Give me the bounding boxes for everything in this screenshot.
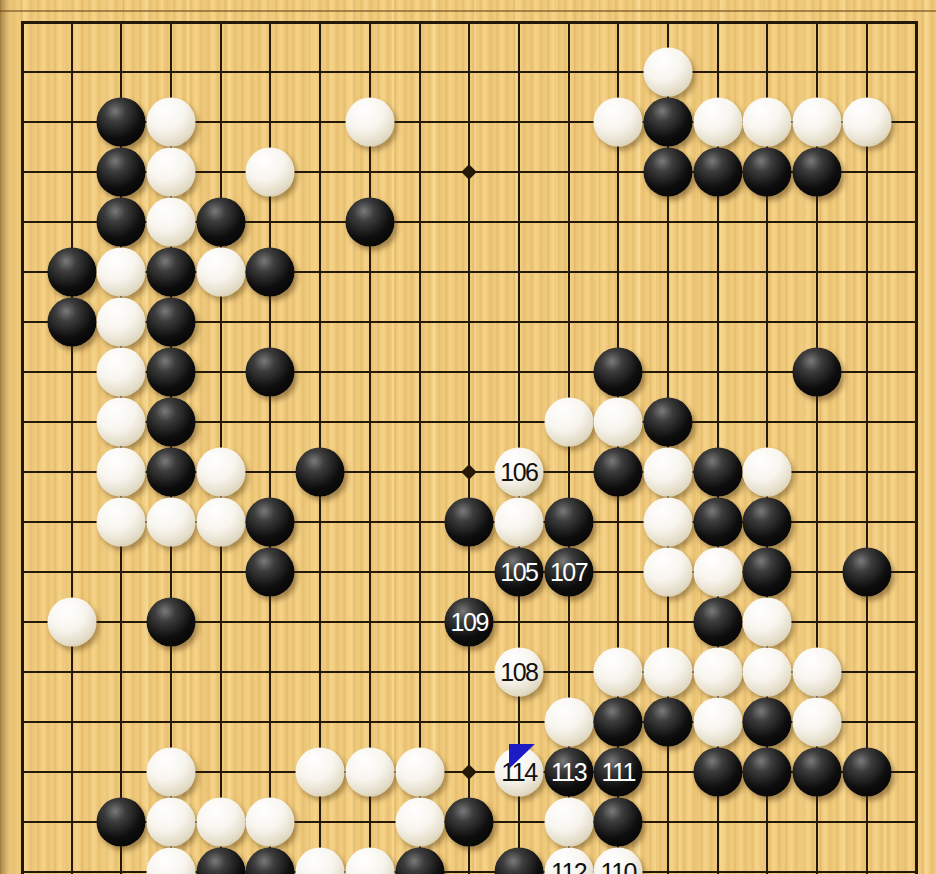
stone-black[interactable]	[147, 248, 196, 297]
stone-white[interactable]	[147, 198, 196, 247]
stone-black[interactable]	[395, 848, 444, 874]
stone-black[interactable]	[97, 798, 146, 847]
stone-white[interactable]	[544, 798, 593, 847]
stone-white[interactable]	[97, 248, 146, 297]
stone-white[interactable]	[494, 498, 543, 547]
stone-white[interactable]	[97, 498, 146, 547]
stone-white[interactable]	[47, 598, 96, 647]
stone-white[interactable]	[345, 748, 394, 797]
stone-black[interactable]	[643, 148, 692, 197]
stone-white[interactable]	[97, 448, 146, 497]
stone-white[interactable]	[196, 498, 245, 547]
grid-line-vertical	[468, 21, 470, 874]
stone-black[interactable]: 111	[594, 748, 643, 797]
stone-black[interactable]	[246, 348, 295, 397]
move-number-label: 113	[551, 760, 586, 785]
stone-white[interactable]: 114	[494, 748, 543, 797]
stone-white[interactable]	[296, 748, 345, 797]
stone-black[interactable]	[147, 398, 196, 447]
stone-black[interactable]	[693, 498, 742, 547]
stone-white[interactable]	[594, 98, 643, 147]
stone-white[interactable]	[693, 548, 742, 597]
stone-black[interactable]	[147, 298, 196, 347]
move-number-label: 110	[601, 860, 636, 874]
stone-white[interactable]	[196, 798, 245, 847]
stone-white[interactable]	[793, 698, 842, 747]
move-number-label: 111	[602, 760, 636, 785]
stone-white[interactable]	[345, 848, 394, 874]
stone-white[interactable]	[97, 398, 146, 447]
stone-black[interactable]	[743, 748, 792, 797]
stone-white[interactable]	[147, 748, 196, 797]
stone-white[interactable]: 112	[544, 848, 593, 874]
stone-black[interactable]	[494, 848, 543, 874]
stone-black[interactable]	[643, 98, 692, 147]
stone-black[interactable]	[693, 598, 742, 647]
stone-black[interactable]	[97, 148, 146, 197]
stone-black[interactable]	[47, 248, 96, 297]
move-number-label: 108	[500, 660, 537, 685]
stone-black[interactable]	[594, 348, 643, 397]
stone-black[interactable]	[246, 848, 295, 874]
stone-black[interactable]	[345, 198, 394, 247]
stone-white[interactable]	[97, 348, 146, 397]
stone-black[interactable]: 107	[544, 548, 593, 597]
stone-black[interactable]	[643, 698, 692, 747]
move-number-label: 106	[500, 460, 537, 485]
grid-line-horizontal	[21, 21, 918, 24]
stone-black[interactable]	[743, 698, 792, 747]
stone-black[interactable]	[147, 348, 196, 397]
stone-white[interactable]	[594, 398, 643, 447]
stone-white[interactable]	[147, 498, 196, 547]
star-point	[461, 164, 477, 180]
stone-black[interactable]	[147, 598, 196, 647]
stone-white[interactable]	[643, 498, 692, 547]
move-number-label: 114	[501, 760, 536, 785]
grid-line-vertical	[369, 21, 371, 874]
stone-white[interactable]	[544, 698, 593, 747]
stone-white[interactable]	[793, 648, 842, 697]
stone-black[interactable]	[693, 748, 742, 797]
stone-black[interactable]	[97, 198, 146, 247]
stone-white[interactable]	[296, 848, 345, 874]
stone-black[interactable]	[246, 498, 295, 547]
stone-black[interactable]	[743, 498, 792, 547]
grid-line-vertical	[71, 21, 73, 874]
stone-black[interactable]	[594, 698, 643, 747]
stone-white[interactable]	[395, 798, 444, 847]
grid-line-vertical	[866, 21, 868, 874]
stone-black[interactable]	[296, 448, 345, 497]
stone-white[interactable]: 106	[494, 448, 543, 497]
stone-black[interactable]	[196, 198, 245, 247]
stone-white[interactable]	[246, 798, 295, 847]
stone-white[interactable]	[693, 98, 742, 147]
stone-white[interactable]	[693, 648, 742, 697]
go-board[interactable]: 106105107109108114113111112110	[0, 0, 936, 874]
stone-black[interactable]: 105	[494, 548, 543, 597]
stone-white[interactable]	[196, 448, 245, 497]
stone-white[interactable]	[743, 648, 792, 697]
stone-white[interactable]	[693, 698, 742, 747]
stone-black[interactable]	[445, 498, 494, 547]
stone-white[interactable]	[594, 648, 643, 697]
stone-black[interactable]	[643, 398, 692, 447]
grid-line-vertical	[419, 21, 421, 874]
stone-black[interactable]	[445, 798, 494, 847]
stone-white[interactable]	[246, 148, 295, 197]
stone-white[interactable]	[395, 748, 444, 797]
stone-white[interactable]	[643, 448, 692, 497]
stone-white[interactable]	[196, 248, 245, 297]
stone-white[interactable]	[147, 98, 196, 147]
stone-black[interactable]	[594, 798, 643, 847]
stone-white[interactable]	[544, 398, 593, 447]
stone-white[interactable]	[147, 798, 196, 847]
stone-white[interactable]	[345, 98, 394, 147]
stone-black[interactable]	[47, 298, 96, 347]
stone-black[interactable]	[246, 248, 295, 297]
star-point	[461, 464, 477, 480]
board-edge-shade	[0, 0, 14, 874]
stone-white[interactable]	[743, 598, 792, 647]
stone-white[interactable]: 110	[594, 848, 643, 874]
stone-white[interactable]	[643, 648, 692, 697]
stone-black[interactable]: 109	[445, 598, 494, 647]
stone-black[interactable]	[842, 748, 891, 797]
stone-white[interactable]	[842, 98, 891, 147]
stone-black[interactable]	[842, 548, 891, 597]
move-number-label: 107	[550, 560, 587, 585]
stone-white[interactable]	[743, 448, 792, 497]
board-edge-line	[0, 10, 936, 12]
stone-white[interactable]	[793, 98, 842, 147]
stone-white[interactable]	[147, 848, 196, 874]
stone-black[interactable]	[693, 448, 742, 497]
stone-black[interactable]	[743, 548, 792, 597]
grid-line-vertical	[21, 21, 24, 874]
stone-black[interactable]	[693, 148, 742, 197]
move-number-label: 109	[451, 610, 488, 635]
stone-white[interactable]	[97, 298, 146, 347]
stone-black[interactable]	[793, 348, 842, 397]
stone-black[interactable]	[97, 98, 146, 147]
stone-white[interactable]: 108	[494, 648, 543, 697]
stone-black[interactable]	[196, 848, 245, 874]
stone-black[interactable]	[594, 448, 643, 497]
stone-black[interactable]	[793, 748, 842, 797]
stone-white[interactable]	[643, 548, 692, 597]
star-point	[461, 764, 477, 780]
stone-white[interactable]	[743, 98, 792, 147]
stone-black[interactable]	[544, 498, 593, 547]
stone-black[interactable]	[743, 148, 792, 197]
move-number-label: 105	[500, 560, 537, 585]
move-number-label: 112	[551, 860, 586, 874]
stone-white[interactable]	[147, 148, 196, 197]
grid-line-horizontal	[21, 71, 918, 73]
stone-black[interactable]	[793, 148, 842, 197]
grid-line-vertical	[915, 21, 918, 874]
stone-black[interactable]	[246, 548, 295, 597]
stone-white[interactable]	[643, 48, 692, 97]
stone-black[interactable]	[147, 448, 196, 497]
stone-black[interactable]: 113	[544, 748, 593, 797]
